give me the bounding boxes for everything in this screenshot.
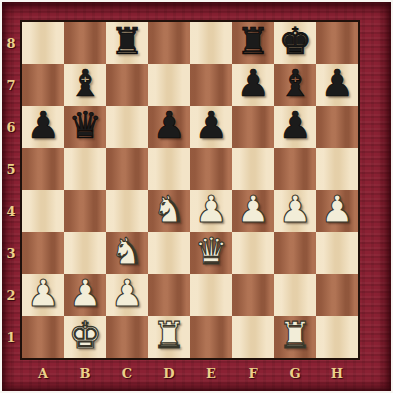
- square-a3[interactable]: [22, 232, 64, 274]
- piece-white-queen[interactable]: ♛: [194, 233, 227, 270]
- square-g5[interactable]: [274, 148, 316, 190]
- rank-label-4: 4: [2, 190, 20, 232]
- square-d4[interactable]: ♞: [148, 190, 190, 232]
- piece-black-bishop[interactable]: ♝: [68, 65, 101, 102]
- file-label-c: C: [106, 361, 148, 389]
- square-b6[interactable]: ♛: [64, 106, 106, 148]
- file-label-h: H: [316, 361, 358, 389]
- piece-white-pawn[interactable]: ♟: [68, 275, 101, 312]
- square-g3[interactable]: [274, 232, 316, 274]
- piece-black-king[interactable]: ♚: [278, 23, 311, 60]
- rank-label-6: 6: [2, 106, 20, 148]
- square-b4[interactable]: [64, 190, 106, 232]
- rank-label-3: 3: [2, 232, 20, 274]
- square-a5[interactable]: [22, 148, 64, 190]
- square-f8[interactable]: ♜: [232, 22, 274, 64]
- file-label-g: G: [274, 361, 316, 389]
- square-a8[interactable]: [22, 22, 64, 64]
- square-b8[interactable]: [64, 22, 106, 64]
- square-h4[interactable]: ♟: [316, 190, 358, 232]
- square-b3[interactable]: [64, 232, 106, 274]
- piece-black-queen[interactable]: ♛: [68, 107, 101, 144]
- square-c6[interactable]: [106, 106, 148, 148]
- square-c3[interactable]: ♞: [106, 232, 148, 274]
- square-f5[interactable]: [232, 148, 274, 190]
- rank-label-1: 1: [2, 316, 20, 358]
- square-b1[interactable]: ♚: [64, 316, 106, 358]
- square-d1[interactable]: ♜: [148, 316, 190, 358]
- rank-label-7: 7: [2, 64, 20, 106]
- square-d6[interactable]: ♟: [148, 106, 190, 148]
- square-c7[interactable]: [106, 64, 148, 106]
- square-f7[interactable]: ♟: [232, 64, 274, 106]
- file-label-b: B: [64, 361, 106, 389]
- piece-white-pawn[interactable]: ♟: [194, 191, 227, 228]
- square-f1[interactable]: [232, 316, 274, 358]
- piece-black-pawn[interactable]: ♟: [320, 65, 353, 102]
- piece-white-pawn[interactable]: ♟: [278, 191, 311, 228]
- rank-label-5: 5: [2, 148, 20, 190]
- piece-black-pawn[interactable]: ♟: [278, 107, 311, 144]
- square-g8[interactable]: ♚: [274, 22, 316, 64]
- square-e1[interactable]: [190, 316, 232, 358]
- square-h7[interactable]: ♟: [316, 64, 358, 106]
- square-f4[interactable]: ♟: [232, 190, 274, 232]
- square-g1[interactable]: ♜: [274, 316, 316, 358]
- square-g6[interactable]: ♟: [274, 106, 316, 148]
- square-d7[interactable]: [148, 64, 190, 106]
- square-e4[interactable]: ♟: [190, 190, 232, 232]
- square-c1[interactable]: [106, 316, 148, 358]
- square-c2[interactable]: ♟: [106, 274, 148, 316]
- square-a7[interactable]: [22, 64, 64, 106]
- square-e8[interactable]: [190, 22, 232, 64]
- square-c4[interactable]: [106, 190, 148, 232]
- rank-label-2: 2: [2, 274, 20, 316]
- file-labels: ABCDEFGH: [22, 361, 358, 389]
- square-g4[interactable]: ♟: [274, 190, 316, 232]
- square-h8[interactable]: [316, 22, 358, 64]
- square-h2[interactable]: [316, 274, 358, 316]
- square-e6[interactable]: ♟: [190, 106, 232, 148]
- rank-labels: 87654321: [2, 22, 20, 358]
- square-h3[interactable]: [316, 232, 358, 274]
- square-d3[interactable]: [148, 232, 190, 274]
- square-c5[interactable]: [106, 148, 148, 190]
- square-d2[interactable]: [148, 274, 190, 316]
- square-f2[interactable]: [232, 274, 274, 316]
- square-b7[interactable]: ♝: [64, 64, 106, 106]
- square-f6[interactable]: [232, 106, 274, 148]
- square-g2[interactable]: [274, 274, 316, 316]
- square-b2[interactable]: ♟: [64, 274, 106, 316]
- square-d8[interactable]: [148, 22, 190, 64]
- square-e2[interactable]: [190, 274, 232, 316]
- piece-white-rook[interactable]: ♜: [278, 317, 311, 354]
- square-a1[interactable]: [22, 316, 64, 358]
- piece-white-pawn[interactable]: ♟: [236, 191, 269, 228]
- file-label-e: E: [190, 361, 232, 389]
- square-e5[interactable]: [190, 148, 232, 190]
- file-label-d: D: [148, 361, 190, 389]
- file-label-f: F: [232, 361, 274, 389]
- piece-black-rook[interactable]: ♜: [236, 23, 269, 60]
- square-e7[interactable]: [190, 64, 232, 106]
- piece-white-pawn[interactable]: ♟: [320, 191, 353, 228]
- square-g7[interactable]: ♝: [274, 64, 316, 106]
- square-e3[interactable]: ♛: [190, 232, 232, 274]
- square-d5[interactable]: [148, 148, 190, 190]
- piece-black-pawn[interactable]: ♟: [152, 107, 185, 144]
- square-f3[interactable]: [232, 232, 274, 274]
- piece-black-pawn[interactable]: ♟: [194, 107, 227, 144]
- square-a6[interactable]: ♟: [22, 106, 64, 148]
- board: ♜♜♚♝♟♝♟♟♛♟♟♟♞♟♟♟♟♞♛♟♟♟♚♜♜: [20, 20, 360, 360]
- piece-black-pawn[interactable]: ♟: [26, 107, 59, 144]
- rank-label-8: 8: [2, 22, 20, 64]
- square-a2[interactable]: ♟: [22, 274, 64, 316]
- square-h6[interactable]: [316, 106, 358, 148]
- piece-white-knight[interactable]: ♞: [110, 233, 143, 270]
- piece-black-rook[interactable]: ♜: [110, 23, 143, 60]
- piece-white-pawn[interactable]: ♟: [110, 275, 143, 312]
- square-c8[interactable]: ♜: [106, 22, 148, 64]
- file-label-a: A: [22, 361, 64, 389]
- piece-white-pawn[interactable]: ♟: [26, 275, 59, 312]
- piece-white-king[interactable]: ♚: [68, 317, 101, 354]
- piece-black-bishop[interactable]: ♝: [278, 65, 311, 102]
- piece-white-knight[interactable]: ♞: [152, 191, 185, 228]
- piece-black-pawn[interactable]: ♟: [236, 65, 269, 102]
- square-h5[interactable]: [316, 148, 358, 190]
- square-a4[interactable]: [22, 190, 64, 232]
- piece-white-rook[interactable]: ♜: [152, 317, 185, 354]
- square-h1[interactable]: [316, 316, 358, 358]
- square-b5[interactable]: [64, 148, 106, 190]
